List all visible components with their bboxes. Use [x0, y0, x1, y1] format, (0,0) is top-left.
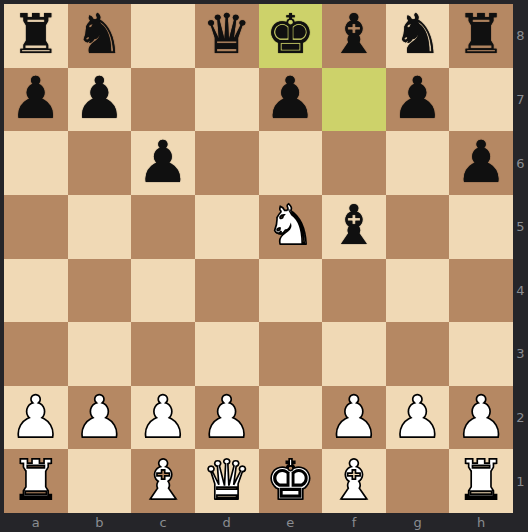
- square-e4[interactable]: [259, 259, 323, 323]
- square-c1[interactable]: ♝: [131, 449, 195, 513]
- square-f5[interactable]: ♝: [322, 195, 386, 259]
- square-b1[interactable]: [68, 449, 132, 513]
- square-g5[interactable]: [386, 195, 450, 259]
- file-label-h: h: [449, 513, 513, 532]
- rank-label-3: 3: [513, 322, 528, 386]
- black-bishop-piece[interactable]: ♝: [329, 198, 378, 253]
- square-f6[interactable]: [322, 131, 386, 195]
- black-pawn-piece[interactable]: ♟: [73, 69, 125, 127]
- square-h8[interactable]: ♜: [449, 4, 513, 68]
- white-pawn-piece[interactable]: ♟: [137, 388, 189, 446]
- square-d8[interactable]: ♛: [195, 4, 259, 68]
- square-c7[interactable]: [131, 68, 195, 132]
- square-d5[interactable]: [195, 195, 259, 259]
- black-knight-piece[interactable]: ♞: [393, 7, 442, 62]
- white-queen-piece[interactable]: ♛: [202, 453, 251, 508]
- square-f3[interactable]: [322, 322, 386, 386]
- square-e3[interactable]: [259, 322, 323, 386]
- square-e1[interactable]: ♚: [259, 449, 323, 513]
- black-pawn-piece[interactable]: ♟: [392, 69, 444, 127]
- square-g7[interactable]: ♟: [386, 68, 450, 132]
- black-pawn-piece[interactable]: ♟: [455, 133, 507, 191]
- square-g3[interactable]: [386, 322, 450, 386]
- square-d6[interactable]: [195, 131, 259, 195]
- square-e6[interactable]: [259, 131, 323, 195]
- black-bishop-piece[interactable]: ♝: [329, 7, 378, 62]
- black-king-piece[interactable]: ♚: [266, 7, 315, 62]
- square-g1[interactable]: [386, 449, 450, 513]
- square-f7[interactable]: [322, 68, 386, 132]
- square-f8[interactable]: ♝: [322, 4, 386, 68]
- square-h3[interactable]: [449, 322, 513, 386]
- square-a6[interactable]: [4, 131, 68, 195]
- white-bishop-piece[interactable]: ♝: [138, 453, 187, 508]
- square-g6[interactable]: [386, 131, 450, 195]
- square-c6[interactable]: ♟: [131, 131, 195, 195]
- file-label-g: g: [386, 513, 450, 532]
- square-b3[interactable]: [68, 322, 132, 386]
- white-pawn-piece[interactable]: ♟: [10, 388, 62, 446]
- rank-label-4: 4: [513, 259, 528, 323]
- square-d7[interactable]: [195, 68, 259, 132]
- square-a4[interactable]: [4, 259, 68, 323]
- square-a7[interactable]: ♟: [4, 68, 68, 132]
- square-b2[interactable]: ♟: [68, 386, 132, 450]
- white-bishop-piece[interactable]: ♝: [329, 453, 378, 508]
- file-label-c: c: [131, 513, 195, 532]
- black-knight-piece[interactable]: ♞: [75, 7, 124, 62]
- rank-label-1: 1: [513, 449, 528, 513]
- square-h5[interactable]: [449, 195, 513, 259]
- white-pawn-piece[interactable]: ♟: [455, 388, 507, 446]
- square-d4[interactable]: [195, 259, 259, 323]
- square-c3[interactable]: [131, 322, 195, 386]
- square-d3[interactable]: [195, 322, 259, 386]
- square-c4[interactable]: [131, 259, 195, 323]
- square-c5[interactable]: [131, 195, 195, 259]
- white-pawn-piece[interactable]: ♟: [392, 388, 444, 446]
- square-c2[interactable]: ♟: [131, 386, 195, 450]
- black-rook-piece[interactable]: ♜: [11, 7, 60, 62]
- square-f1[interactable]: ♝: [322, 449, 386, 513]
- square-c8[interactable]: [131, 4, 195, 68]
- square-a3[interactable]: [4, 322, 68, 386]
- rank-label-7: 7: [513, 68, 528, 132]
- white-king-piece[interactable]: ♚: [266, 453, 315, 508]
- square-b8[interactable]: ♞: [68, 4, 132, 68]
- square-d1[interactable]: ♛: [195, 449, 259, 513]
- square-f2[interactable]: ♟: [322, 386, 386, 450]
- square-d2[interactable]: ♟: [195, 386, 259, 450]
- square-b7[interactable]: ♟: [68, 68, 132, 132]
- file-label-d: d: [195, 513, 259, 532]
- white-pawn-piece[interactable]: ♟: [73, 388, 125, 446]
- file-label-e: e: [259, 513, 323, 532]
- rank-label-6: 6: [513, 131, 528, 195]
- file-label-b: b: [68, 513, 132, 532]
- square-a8[interactable]: ♜: [4, 4, 68, 68]
- square-f4[interactable]: [322, 259, 386, 323]
- black-pawn-piece[interactable]: ♟: [10, 69, 62, 127]
- square-h4[interactable]: [449, 259, 513, 323]
- square-h7[interactable]: [449, 68, 513, 132]
- rank-label-5: 5: [513, 195, 528, 259]
- black-rook-piece[interactable]: ♜: [457, 7, 506, 62]
- square-a1[interactable]: ♜: [4, 449, 68, 513]
- rank-label-8: 8: [513, 4, 528, 68]
- file-labels: abcdefgh: [4, 513, 513, 532]
- square-g2[interactable]: ♟: [386, 386, 450, 450]
- square-h6[interactable]: ♟: [449, 131, 513, 195]
- square-e7[interactable]: ♟: [259, 68, 323, 132]
- black-pawn-piece[interactable]: ♟: [264, 69, 316, 127]
- file-label-a: a: [4, 513, 68, 532]
- white-knight-piece[interactable]: ♞: [266, 198, 315, 253]
- file-label-f: f: [322, 513, 386, 532]
- white-pawn-piece[interactable]: ♟: [201, 388, 253, 446]
- square-b4[interactable]: [68, 259, 132, 323]
- rank-labels: 87654321: [513, 4, 528, 513]
- square-b6[interactable]: [68, 131, 132, 195]
- chess-board: ♜♞♛♚♝♞♜♟♟♟♟♟♟♞♝♟♟♟♟♟♟♟♜♝♛♚♝♜: [4, 4, 513, 513]
- square-a5[interactable]: [4, 195, 68, 259]
- rank-label-2: 2: [513, 386, 528, 450]
- square-e8[interactable]: ♚: [259, 4, 323, 68]
- square-h1[interactable]: ♜: [449, 449, 513, 513]
- square-b5[interactable]: [68, 195, 132, 259]
- square-a2[interactable]: ♟: [4, 386, 68, 450]
- square-h2[interactable]: ♟: [449, 386, 513, 450]
- square-e5[interactable]: ♞: [259, 195, 323, 259]
- black-queen-piece[interactable]: ♛: [202, 7, 251, 62]
- white-rook-piece[interactable]: ♜: [457, 453, 506, 508]
- black-pawn-piece[interactable]: ♟: [137, 133, 189, 191]
- square-e2[interactable]: [259, 386, 323, 450]
- white-pawn-piece[interactable]: ♟: [328, 388, 380, 446]
- square-g4[interactable]: [386, 259, 450, 323]
- square-g8[interactable]: ♞: [386, 4, 450, 68]
- white-rook-piece[interactable]: ♜: [11, 453, 60, 508]
